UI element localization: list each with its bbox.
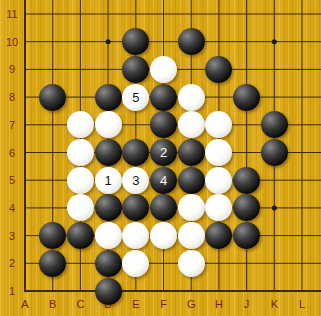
white-stone-C5 bbox=[67, 167, 94, 194]
black-stone-G5 bbox=[178, 167, 205, 194]
black-stone-G10 bbox=[178, 28, 205, 55]
white-stone-D5: 1 bbox=[95, 167, 122, 194]
black-stone-D4 bbox=[95, 194, 122, 221]
star-point-K4 bbox=[272, 205, 277, 210]
black-stone-J8 bbox=[233, 84, 260, 111]
black-stone-D1 bbox=[95, 278, 122, 305]
black-stone-K7 bbox=[261, 111, 288, 138]
black-stone-B2 bbox=[39, 250, 66, 277]
white-stone-G2 bbox=[178, 250, 205, 277]
black-stone-K6 bbox=[261, 139, 288, 166]
row-label-7: 7 bbox=[0, 118, 24, 132]
white-stone-F3 bbox=[150, 222, 177, 249]
white-stone-G7 bbox=[178, 111, 205, 138]
white-stone-H5 bbox=[205, 167, 232, 194]
black-stone-D6 bbox=[95, 139, 122, 166]
col-label-B: B bbox=[43, 297, 63, 311]
white-stone-G4 bbox=[178, 194, 205, 221]
white-stone-C7 bbox=[67, 111, 94, 138]
white-stone-G3 bbox=[178, 222, 205, 249]
row-label-4: 4 bbox=[0, 201, 24, 215]
black-stone-J3 bbox=[233, 222, 260, 249]
white-stone-F9 bbox=[150, 56, 177, 83]
white-stone-G8 bbox=[178, 84, 205, 111]
col-label-E: E bbox=[126, 297, 146, 311]
black-stone-B8 bbox=[39, 84, 66, 111]
row-label-8: 8 bbox=[0, 90, 24, 104]
black-stone-F8 bbox=[150, 84, 177, 111]
col-label-H: H bbox=[209, 297, 229, 311]
black-stone-G6 bbox=[178, 139, 205, 166]
black-stone-D8 bbox=[95, 84, 122, 111]
row-label-5: 5 bbox=[0, 173, 24, 187]
star-point-K10 bbox=[272, 39, 277, 44]
black-stone-F5: 4 bbox=[150, 167, 177, 194]
white-stone-C6 bbox=[67, 139, 94, 166]
row-label-10: 10 bbox=[0, 35, 24, 49]
col-label-K: K bbox=[264, 297, 284, 311]
white-stone-E2 bbox=[122, 250, 149, 277]
black-stone-J5 bbox=[233, 167, 260, 194]
col-label-C: C bbox=[70, 297, 90, 311]
row-label-1: 1 bbox=[0, 284, 24, 298]
black-stone-D2 bbox=[95, 250, 122, 277]
black-stone-E9 bbox=[122, 56, 149, 83]
col-label-L: L bbox=[292, 297, 312, 311]
row-label-11: 11 bbox=[0, 7, 24, 21]
black-stone-C3 bbox=[67, 222, 94, 249]
white-stone-E5: 3 bbox=[122, 167, 149, 194]
black-stone-F6: 2 bbox=[150, 139, 177, 166]
row-label-6: 6 bbox=[0, 146, 24, 160]
col-label-A: A bbox=[15, 297, 35, 311]
col-label-F: F bbox=[154, 297, 174, 311]
col-label-G: G bbox=[181, 297, 201, 311]
white-stone-E8: 5 bbox=[122, 84, 149, 111]
go-board-diagram[interactable]: 1110987654321ABCDEFGHJKL 24513 bbox=[0, 0, 321, 316]
white-stone-D7 bbox=[95, 111, 122, 138]
row-label-3: 3 bbox=[0, 229, 24, 243]
col-label-J: J bbox=[237, 297, 257, 311]
row-label-2: 2 bbox=[0, 256, 24, 270]
row-label-9: 9 bbox=[0, 62, 24, 76]
white-stone-D3 bbox=[95, 222, 122, 249]
star-point-D10 bbox=[106, 39, 111, 44]
